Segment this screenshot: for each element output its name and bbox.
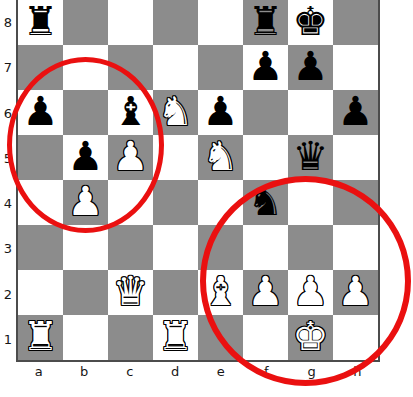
- square-g4: [288, 180, 333, 225]
- black-knight-f4: ♞: [248, 181, 284, 221]
- square-e8: [198, 0, 243, 45]
- square-f1: [243, 315, 288, 360]
- square-f7: ♟: [243, 45, 288, 90]
- square-a7: [18, 45, 63, 90]
- square-c6: ♝: [108, 90, 153, 135]
- black-king-g8: ♚: [293, 1, 329, 41]
- square-g2: ♟: [288, 270, 333, 315]
- square-c8: [108, 0, 153, 45]
- square-g7: ♟: [288, 45, 333, 90]
- square-b3: [63, 225, 108, 270]
- square-f2: ♟: [243, 270, 288, 315]
- square-d8: [153, 0, 198, 45]
- square-h2: ♟: [333, 270, 378, 315]
- square-h3: [333, 225, 378, 270]
- rank-label-1: 1: [0, 317, 16, 362]
- square-a5: [18, 135, 63, 180]
- square-c3: [108, 225, 153, 270]
- chess-diagram: 87654321 ♜♜♚♟♟♟♝♞♟♟♟♟♞♛♟♞♛♝♟♟♟♜♜♚ abcdef…: [0, 0, 413, 397]
- square-g5: ♛: [288, 135, 333, 180]
- rank-label-3: 3: [0, 226, 16, 271]
- square-e1: [198, 315, 243, 360]
- square-c1: [108, 315, 153, 360]
- chess-board: ♜♜♚♟♟♟♝♞♟♟♟♟♞♛♟♞♛♝♟♟♟♜♜♚: [16, 0, 380, 362]
- square-g8: ♚: [288, 0, 333, 45]
- square-e3: [198, 225, 243, 270]
- square-e2: ♝: [198, 270, 243, 315]
- square-h1: [333, 315, 378, 360]
- black-bishop-c6: ♝: [113, 91, 149, 131]
- square-c5: ♟: [108, 135, 153, 180]
- file-label-b: b: [62, 362, 108, 382]
- square-e6: ♟: [198, 90, 243, 135]
- square-f4: ♞: [243, 180, 288, 225]
- square-a8: ♜: [18, 0, 63, 45]
- square-a6: ♟: [18, 90, 63, 135]
- square-h7: [333, 45, 378, 90]
- square-h4: [333, 180, 378, 225]
- white-rook-a1: ♜: [23, 316, 59, 356]
- square-h5: [333, 135, 378, 180]
- black-pawn-h6: ♟: [338, 91, 374, 131]
- square-g1: ♚: [288, 315, 333, 360]
- white-pawn-b4: ♟: [68, 181, 104, 221]
- white-pawn-f2: ♟: [248, 271, 284, 311]
- white-pawn-c5: ♟: [113, 136, 149, 176]
- square-b6: [63, 90, 108, 135]
- square-d2: [153, 270, 198, 315]
- black-pawn-e6: ♟: [203, 91, 239, 131]
- white-knight-d6: ♞: [158, 91, 194, 131]
- square-e4: [198, 180, 243, 225]
- white-queen-c2: ♛: [113, 271, 149, 311]
- black-pawn-f7: ♟: [248, 46, 284, 86]
- file-label-d: d: [153, 362, 199, 382]
- rank-label-5: 5: [0, 136, 16, 181]
- square-e7: [198, 45, 243, 90]
- file-label-a: a: [16, 362, 62, 382]
- square-f3: [243, 225, 288, 270]
- rank-label-4: 4: [0, 181, 16, 226]
- square-d4: [153, 180, 198, 225]
- rank-label-8: 8: [0, 0, 16, 45]
- square-f6: [243, 90, 288, 135]
- black-pawn-b5: ♟: [68, 136, 104, 176]
- square-b1: [63, 315, 108, 360]
- rank-label-7: 7: [0, 45, 16, 90]
- black-queen-g5: ♛: [293, 136, 329, 176]
- square-f8: ♜: [243, 0, 288, 45]
- white-king-g1: ♚: [293, 316, 329, 356]
- square-d6: ♞: [153, 90, 198, 135]
- file-label-f: f: [244, 362, 290, 382]
- rank-label-2: 2: [0, 272, 16, 317]
- square-c4: [108, 180, 153, 225]
- black-rook-f8: ♜: [248, 1, 284, 41]
- square-a3: [18, 225, 63, 270]
- file-label-c: c: [107, 362, 153, 382]
- square-b2: [63, 270, 108, 315]
- square-d7: [153, 45, 198, 90]
- file-label-g: g: [289, 362, 335, 382]
- square-g6: [288, 90, 333, 135]
- file-labels: abcdefgh: [16, 362, 380, 382]
- square-b8: [63, 0, 108, 45]
- file-label-e: e: [198, 362, 244, 382]
- square-e5: ♞: [198, 135, 243, 180]
- rank-label-6: 6: [0, 91, 16, 136]
- square-d1: ♜: [153, 315, 198, 360]
- square-h6: ♟: [333, 90, 378, 135]
- square-b4: ♟: [63, 180, 108, 225]
- black-pawn-g7: ♟: [293, 46, 329, 86]
- square-a2: [18, 270, 63, 315]
- square-b5: ♟: [63, 135, 108, 180]
- rank-labels: 87654321: [0, 0, 16, 362]
- white-knight-e5: ♞: [203, 136, 239, 176]
- square-g3: [288, 225, 333, 270]
- white-bishop-e2: ♝: [203, 271, 239, 311]
- square-c7: [108, 45, 153, 90]
- square-h8: [333, 0, 378, 45]
- black-rook-a8: ♜: [23, 1, 59, 41]
- white-rook-d1: ♜: [158, 316, 194, 356]
- white-pawn-h2: ♟: [338, 271, 374, 311]
- square-a1: ♜: [18, 315, 63, 360]
- square-a4: [18, 180, 63, 225]
- square-d3: [153, 225, 198, 270]
- file-label-h: h: [335, 362, 381, 382]
- square-b7: [63, 45, 108, 90]
- square-f5: [243, 135, 288, 180]
- square-d5: [153, 135, 198, 180]
- white-pawn-g2: ♟: [293, 271, 329, 311]
- black-pawn-a6: ♟: [23, 91, 59, 131]
- square-c2: ♛: [108, 270, 153, 315]
